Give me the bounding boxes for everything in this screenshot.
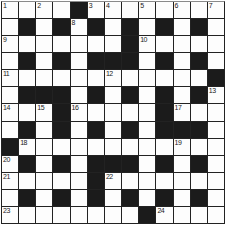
clue-number: 19 — [175, 139, 182, 147]
clue-number: 3 — [89, 2, 92, 10]
cell-r13c1[interactable]: 23 — [2, 207, 18, 223]
cell-r3c7[interactable] — [105, 36, 121, 52]
clue-number: 13 — [209, 87, 216, 95]
cell-r8c13[interactable] — [208, 122, 224, 138]
cell-r9c9[interactable] — [139, 139, 155, 155]
cell-r5c4[interactable] — [53, 70, 69, 86]
cell-r10c1[interactable]: 20 — [2, 156, 18, 172]
cell-r13c9 — [139, 207, 155, 223]
cell-r5c1[interactable]: 11 — [2, 70, 18, 86]
cell-r8c8 — [122, 122, 138, 138]
cell-r4c12 — [191, 53, 207, 69]
cell-r11c7[interactable]: 22 — [105, 173, 121, 189]
cell-r4c4 — [53, 53, 69, 69]
cell-r3c12[interactable] — [191, 36, 207, 52]
cell-r7c12[interactable] — [191, 104, 207, 120]
cell-r2c8 — [122, 19, 138, 35]
cell-r8c3[interactable] — [36, 122, 52, 138]
cell-r7c6[interactable] — [88, 104, 104, 120]
cell-r4c5[interactable] — [71, 53, 87, 69]
cell-r10c9[interactable] — [139, 156, 155, 172]
cell-r6c2 — [19, 87, 35, 103]
cell-r9c13[interactable] — [208, 139, 224, 155]
cell-r5c8[interactable] — [122, 70, 138, 86]
cell-r8c2 — [19, 122, 35, 138]
cell-r13c11[interactable] — [174, 207, 190, 223]
cell-r8c7[interactable] — [105, 122, 121, 138]
cell-r2c4 — [53, 19, 69, 35]
cell-r11c10[interactable] — [156, 173, 172, 189]
cell-r12c5[interactable] — [71, 190, 87, 206]
cell-r6c8 — [122, 87, 138, 103]
clue-number: 18 — [20, 139, 27, 147]
cell-r6c9[interactable] — [139, 87, 155, 103]
cell-r3c6[interactable] — [88, 36, 104, 52]
cell-r4c8 — [122, 53, 138, 69]
cell-r12c8 — [122, 190, 138, 206]
cell-r9c5[interactable] — [71, 139, 87, 155]
cell-r1c9[interactable]: 5 — [139, 2, 155, 18]
cell-r7c11[interactable]: 17 — [174, 104, 190, 120]
clue-number: 24 — [157, 207, 164, 215]
cell-r7c8[interactable] — [122, 104, 138, 120]
cell-r11c5[interactable] — [71, 173, 87, 189]
cell-r11c4[interactable] — [53, 173, 69, 189]
cell-r6c5[interactable] — [71, 87, 87, 103]
cell-r12c2 — [19, 190, 35, 206]
clue-number: 12 — [106, 70, 113, 78]
cell-r8c6 — [88, 122, 104, 138]
cell-r13c6[interactable] — [88, 207, 104, 223]
cell-r2c1[interactable] — [2, 19, 18, 35]
cell-r13c2[interactable] — [19, 207, 35, 223]
cell-r4c11[interactable] — [174, 53, 190, 69]
cell-r2c6 — [88, 19, 104, 35]
cell-r11c12[interactable] — [191, 173, 207, 189]
cell-r2c11[interactable] — [174, 19, 190, 35]
cell-r6c6 — [88, 87, 104, 103]
cell-r12c3[interactable] — [36, 190, 52, 206]
cell-r3c2[interactable] — [19, 36, 35, 52]
cell-r5c13 — [208, 70, 224, 86]
cell-r1c5 — [71, 2, 87, 18]
cell-r1c4[interactable] — [53, 2, 69, 18]
cell-r10c8 — [122, 156, 138, 172]
cell-r10c12 — [191, 156, 207, 172]
cell-r6c7[interactable] — [105, 87, 121, 103]
clue-number: 23 — [3, 207, 10, 215]
cell-r8c5[interactable] — [71, 122, 87, 138]
cell-r2c7[interactable] — [105, 19, 121, 35]
cell-r4c6 — [88, 53, 104, 69]
cell-r3c9[interactable]: 10 — [139, 36, 155, 52]
cell-r3c11[interactable] — [174, 36, 190, 52]
clue-number: 8 — [72, 19, 75, 27]
cell-r2c3[interactable] — [36, 19, 52, 35]
cell-r6c4 — [53, 87, 69, 103]
cell-r4c13[interactable] — [208, 53, 224, 69]
cell-r7c13[interactable] — [208, 104, 224, 120]
cell-r4c9[interactable] — [139, 53, 155, 69]
cell-r10c2 — [19, 156, 35, 172]
cell-r7c3[interactable]: 15 — [36, 104, 52, 120]
cell-r10c3[interactable] — [36, 156, 52, 172]
cell-r5c10[interactable] — [156, 70, 172, 86]
clue-number: 5 — [140, 2, 143, 10]
clue-number: 2 — [37, 2, 40, 10]
cell-r1c2[interactable] — [19, 2, 35, 18]
clue-number: 17 — [175, 104, 182, 112]
cell-r5c12[interactable] — [191, 70, 207, 86]
crossword-page: 123456789101112131415161718192021222324 — [0, 0, 226, 225]
cell-r7c2[interactable] — [19, 104, 35, 120]
clue-number: 7 — [209, 2, 212, 10]
cell-r12c12 — [191, 190, 207, 206]
cell-r12c1[interactable] — [2, 190, 18, 206]
cell-r13c13[interactable] — [208, 207, 224, 223]
clue-number: 21 — [3, 173, 10, 181]
cell-r9c10[interactable] — [156, 139, 172, 155]
cell-r3c8 — [122, 36, 138, 52]
cell-r1c13[interactable]: 7 — [208, 2, 224, 18]
cell-r13c5[interactable] — [71, 207, 87, 223]
clue-number: 20 — [3, 156, 10, 164]
cell-r2c12 — [191, 19, 207, 35]
cell-r5c11[interactable] — [174, 70, 190, 86]
cell-r9c4[interactable] — [53, 139, 69, 155]
cell-r10c6 — [88, 156, 104, 172]
cell-r10c10 — [156, 156, 172, 172]
cell-r9c2[interactable]: 18 — [19, 139, 35, 155]
clue-number: 22 — [106, 173, 113, 181]
cell-r11c9[interactable] — [139, 173, 155, 189]
cell-r4c7 — [105, 53, 121, 69]
cell-r10c5[interactable] — [71, 156, 87, 172]
cell-r8c1[interactable] — [2, 122, 18, 138]
cell-r1c12[interactable] — [191, 2, 207, 18]
cell-r12c4 — [53, 190, 69, 206]
cell-r9c11[interactable]: 19 — [174, 139, 190, 155]
cell-r10c7 — [105, 156, 121, 172]
cell-r5c2[interactable] — [19, 70, 35, 86]
cell-r7c7[interactable] — [105, 104, 121, 120]
cell-r1c1[interactable]: 1 — [2, 2, 18, 18]
cell-r12c9[interactable] — [139, 190, 155, 206]
clue-number: 4 — [106, 2, 109, 10]
cell-r1c6[interactable]: 3 — [88, 2, 104, 18]
cell-r9c7[interactable] — [105, 139, 121, 155]
cell-r9c12[interactable] — [191, 139, 207, 155]
cell-r5c6[interactable] — [88, 70, 104, 86]
cell-r3c3[interactable] — [36, 36, 52, 52]
cell-r5c3[interactable] — [36, 70, 52, 86]
cell-r6c11[interactable] — [174, 87, 190, 103]
cell-r7c5[interactable]: 16 — [71, 104, 87, 120]
cell-r3c13[interactable] — [208, 36, 224, 52]
cell-r12c7[interactable] — [105, 190, 121, 206]
cell-r5c5[interactable] — [71, 70, 87, 86]
cell-r12c10 — [156, 190, 172, 206]
cell-r12c13[interactable] — [208, 190, 224, 206]
cell-r4c2 — [19, 53, 35, 69]
cell-r6c12 — [191, 87, 207, 103]
cell-r4c3[interactable] — [36, 53, 52, 69]
cell-r10c13[interactable] — [208, 156, 224, 172]
cell-r8c9[interactable] — [139, 122, 155, 138]
cell-r4c10 — [156, 53, 172, 69]
cell-r2c2 — [19, 19, 35, 35]
crossword-grid: 123456789101112131415161718192021222324 — [1, 1, 225, 224]
cell-r1c7[interactable]: 4 — [105, 2, 121, 18]
cell-r2c10 — [156, 19, 172, 35]
cell-r11c1[interactable]: 21 — [2, 173, 18, 189]
cell-r6c13[interactable]: 13 — [208, 87, 224, 103]
cell-r11c6 — [88, 173, 104, 189]
cell-r9c6[interactable] — [88, 139, 104, 155]
clue-number: 6 — [175, 2, 178, 10]
cell-r7c9[interactable] — [139, 104, 155, 120]
cell-r11c13[interactable] — [208, 173, 224, 189]
clue-number: 15 — [37, 104, 44, 112]
cell-r6c10 — [156, 87, 172, 103]
cell-r4c1[interactable] — [2, 53, 18, 69]
cell-r11c2[interactable] — [19, 173, 35, 189]
cell-r8c10 — [156, 122, 172, 138]
clue-number: 9 — [3, 36, 6, 44]
clue-number: 1 — [3, 2, 6, 10]
cell-r12c6 — [88, 190, 104, 206]
cell-r12c11[interactable] — [174, 190, 190, 206]
cell-r3c1[interactable]: 9 — [2, 36, 18, 52]
cell-r11c11[interactable] — [174, 173, 190, 189]
cell-r2c9[interactable] — [139, 19, 155, 35]
clue-number: 14 — [3, 104, 10, 112]
cell-r8c12 — [191, 122, 207, 138]
cell-r7c1[interactable]: 14 — [2, 104, 18, 120]
cell-r9c8[interactable] — [122, 139, 138, 155]
cell-r13c7[interactable] — [105, 207, 121, 223]
cell-r9c3[interactable] — [36, 139, 52, 155]
cell-r11c8[interactable] — [122, 173, 138, 189]
cell-r1c3[interactable]: 2 — [36, 2, 52, 18]
cell-r8c4 — [53, 122, 69, 138]
cell-r5c9[interactable] — [139, 70, 155, 86]
cell-r5c7[interactable]: 12 — [105, 70, 121, 86]
cell-r9c1 — [2, 139, 18, 155]
cell-r13c10[interactable]: 24 — [156, 207, 172, 223]
cell-r13c8[interactable] — [122, 207, 138, 223]
cell-r6c1[interactable] — [2, 87, 18, 103]
cell-r3c10[interactable] — [156, 36, 172, 52]
cell-r13c12[interactable] — [191, 207, 207, 223]
clue-number: 10 — [140, 36, 147, 44]
cell-r3c4[interactable] — [53, 36, 69, 52]
cell-r2c5[interactable]: 8 — [71, 19, 87, 35]
cell-r11c3[interactable] — [36, 173, 52, 189]
cell-r3c5[interactable] — [71, 36, 87, 52]
cell-r1c11[interactable]: 6 — [174, 2, 190, 18]
clue-number: 11 — [3, 70, 9, 78]
cell-r6c3 — [36, 87, 52, 103]
clue-number: 16 — [72, 104, 79, 112]
cell-r8c11 — [174, 122, 190, 138]
cell-r7c4 — [53, 104, 69, 120]
cell-r2c13[interactable] — [208, 19, 224, 35]
cell-r13c3[interactable] — [36, 207, 52, 223]
cell-r10c11[interactable] — [174, 156, 190, 172]
cell-r7c10 — [156, 104, 172, 120]
cell-r13c4[interactable] — [53, 207, 69, 223]
cell-r1c8[interactable] — [122, 2, 138, 18]
cell-r10c4 — [53, 156, 69, 172]
cell-r1c10[interactable] — [156, 2, 172, 18]
